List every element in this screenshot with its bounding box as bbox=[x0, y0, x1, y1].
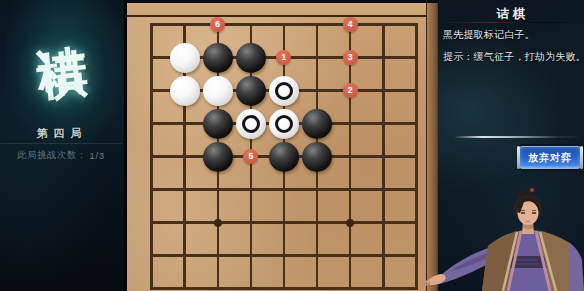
black-stone bbox=[236, 76, 266, 106]
capture-target-ring bbox=[275, 115, 293, 133]
white-stone bbox=[170, 76, 200, 106]
black-stone bbox=[302, 109, 332, 139]
attempts-row: 此局挑战次数： 1/3 bbox=[17, 149, 117, 162]
attempts-value: 1/3 bbox=[89, 151, 105, 161]
black-stone bbox=[203, 142, 233, 172]
sidebar-divider bbox=[0, 143, 122, 144]
white-stone bbox=[203, 76, 233, 106]
white-stone-marked bbox=[236, 109, 266, 139]
tsumego-screen: 诘棋 第四局 此局挑战次数： 1/3 123456 诘棋 黑先提取标记白子。 提… bbox=[0, 0, 584, 291]
panel-title: 诘棋 bbox=[438, 6, 584, 23]
capture-target-ring bbox=[275, 82, 293, 100]
move-number-marker: 1 bbox=[276, 50, 291, 65]
sidebar: 诘棋 第四局 此局挑战次数： 1/3 bbox=[0, 0, 127, 291]
white-stone-marked bbox=[269, 109, 299, 139]
board-intersections[interactable]: 123456 bbox=[135, 8, 433, 291]
move-number-marker: 3 bbox=[343, 50, 358, 65]
round-label: 第四局 bbox=[0, 126, 118, 141]
forfeit-button[interactable]: 放弃对弈 bbox=[519, 146, 581, 169]
move-number-marker: 5 bbox=[243, 149, 258, 164]
black-stone bbox=[269, 142, 299, 172]
move-number-marker: 4 bbox=[343, 17, 358, 32]
board-top-edge bbox=[124, 0, 438, 3]
go-board[interactable]: 123456 bbox=[124, 0, 438, 291]
move-number-marker: 6 bbox=[210, 17, 225, 32]
white-stone bbox=[170, 43, 200, 73]
black-stone bbox=[203, 43, 233, 73]
capture-target-ring bbox=[242, 115, 260, 133]
puzzle-objective: 黑先提取标记白子。 bbox=[443, 28, 535, 42]
attempts-label: 此局挑战次数： bbox=[17, 149, 87, 162]
white-stone-marked bbox=[269, 76, 299, 106]
title-underline bbox=[442, 22, 584, 23]
black-stone bbox=[236, 43, 266, 73]
panel-divider bbox=[454, 136, 582, 138]
black-stone bbox=[203, 109, 233, 139]
puzzle-hint: 提示：缓气征子，打劫为失败。 bbox=[443, 50, 584, 64]
black-stone bbox=[302, 142, 332, 172]
character-portrait bbox=[420, 186, 584, 291]
move-number-marker: 2 bbox=[343, 83, 358, 98]
